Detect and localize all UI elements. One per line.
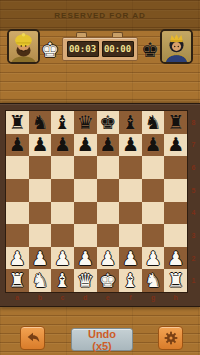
undo-back-button[interactable] — [20, 326, 45, 350]
square-h6[interactable] — [164, 156, 187, 179]
square-c3[interactable] — [51, 224, 74, 247]
square-f4[interactable] — [119, 202, 142, 225]
square-b5[interactable] — [29, 179, 52, 202]
square-c5[interactable] — [51, 179, 74, 202]
square-a7[interactable]: ♟ — [6, 134, 29, 157]
square-c4[interactable] — [51, 202, 74, 225]
square-f7[interactable]: ♟ — [119, 134, 142, 157]
square-a1[interactable]: ♜ — [6, 269, 29, 292]
undo-arrow-icon — [25, 330, 41, 346]
square-d2[interactable]: ♟ — [74, 247, 97, 270]
square-f1[interactable]: ♝ — [119, 269, 142, 292]
rank-label-5: 5 — [187, 179, 200, 202]
square-b2[interactable]: ♟ — [29, 247, 52, 270]
black-rook[interactable]: ♜ — [167, 113, 184, 132]
white-knight[interactable]: ♞ — [31, 271, 48, 290]
square-c6[interactable] — [51, 156, 74, 179]
square-e6[interactable] — [97, 156, 120, 179]
white-bishop[interactable]: ♝ — [122, 271, 139, 290]
square-d3[interactable] — [74, 224, 97, 247]
square-d7[interactable]: ♟ — [74, 134, 97, 157]
square-a2[interactable]: ♟ — [6, 247, 29, 270]
square-g5[interactable] — [142, 179, 165, 202]
square-c1[interactable]: ♝ — [51, 269, 74, 292]
white-bishop[interactable]: ♝ — [54, 271, 71, 290]
black-pawn[interactable]: ♟ — [31, 135, 48, 154]
square-d1[interactable]: ♛ — [74, 269, 97, 292]
square-f5[interactable] — [119, 179, 142, 202]
file-label-f: f — [119, 292, 142, 306]
file-label-b: b — [29, 292, 52, 306]
square-e4[interactable] — [97, 202, 120, 225]
square-h7[interactable]: ♟ — [164, 134, 187, 157]
rank-label-8: 8 — [187, 111, 200, 134]
rank-label-6: 6 — [187, 156, 200, 179]
square-f3[interactable] — [119, 224, 142, 247]
file-labels: abcdefgh — [6, 292, 187, 306]
ad-banner-text: RESERVED FOR AD — [54, 11, 145, 20]
black-queen[interactable]: ♛ — [77, 113, 94, 132]
square-h2[interactable]: ♟ — [164, 247, 187, 270]
square-e5[interactable] — [97, 179, 120, 202]
square-a3[interactable] — [6, 224, 29, 247]
square-b8[interactable]: ♞ — [29, 111, 52, 134]
square-a8[interactable]: ♜ — [6, 111, 29, 134]
white-pawn[interactable]: ♟ — [99, 249, 116, 268]
white-player-avatar — [7, 29, 40, 64]
black-pawn[interactable]: ♟ — [54, 135, 71, 154]
man-with-yellow-turban-icon — [9, 31, 38, 62]
rank-label-1: 1 — [187, 269, 200, 292]
square-g4[interactable] — [142, 202, 165, 225]
square-e2[interactable]: ♟ — [97, 247, 120, 270]
square-d4[interactable] — [74, 202, 97, 225]
square-h3[interactable] — [164, 224, 187, 247]
black-king-icon: ♚ — [140, 37, 160, 63]
square-b3[interactable] — [29, 224, 52, 247]
board-squares: ♜♞♝♛♚♝♞♜♟♟♟♟♟♟♟♟♟♟♟♟♟♟♟♟♜♞♝♛♚♝♞♜ — [6, 111, 187, 292]
black-pawn[interactable]: ♟ — [9, 135, 26, 154]
chess-board: ♜♞♝♛♚♝♞♜♟♟♟♟♟♟♟♟♟♟♟♟♟♟♟♟♜♞♝♛♚♝♞♜ 8765432… — [0, 103, 200, 307]
square-g8[interactable]: ♞ — [142, 111, 165, 134]
square-d5[interactable] — [74, 179, 97, 202]
black-time: 00:00 — [104, 44, 131, 54]
black-pawn[interactable]: ♟ — [167, 135, 184, 154]
white-pawn[interactable]: ♟ — [9, 249, 26, 268]
file-label-c: c — [51, 292, 74, 306]
black-pawn[interactable]: ♟ — [99, 135, 116, 154]
file-label-a: a — [6, 292, 29, 306]
square-f2[interactable]: ♟ — [119, 247, 142, 270]
black-bishop[interactable]: ♝ — [122, 113, 139, 132]
black-rook[interactable]: ♜ — [9, 113, 26, 132]
black-player-avatar — [160, 29, 193, 64]
black-bishop[interactable]: ♝ — [54, 113, 71, 132]
square-e7[interactable]: ♟ — [97, 134, 120, 157]
square-f8[interactable]: ♝ — [119, 111, 142, 134]
file-label-d: d — [74, 292, 97, 306]
black-pawn[interactable]: ♟ — [122, 135, 139, 154]
white-time: 00:03 — [69, 44, 96, 54]
settings-button[interactable] — [158, 326, 183, 350]
square-c2[interactable]: ♟ — [51, 247, 74, 270]
square-e8[interactable]: ♚ — [97, 111, 120, 134]
rank-label-3: 3 — [187, 224, 200, 247]
square-c7[interactable]: ♟ — [51, 134, 74, 157]
white-rook[interactable]: ♜ — [9, 271, 26, 290]
square-a6[interactable] — [6, 156, 29, 179]
white-clock-display: 00:03 — [67, 41, 99, 57]
black-clock-display: 00:00 — [102, 41, 134, 57]
white-pawn[interactable]: ♟ — [54, 249, 71, 268]
square-d8[interactable]: ♛ — [74, 111, 97, 134]
white-rook[interactable]: ♜ — [167, 271, 184, 290]
square-h4[interactable] — [164, 202, 187, 225]
white-pawn[interactable]: ♟ — [122, 249, 139, 268]
black-pawn[interactable]: ♟ — [77, 135, 94, 154]
white-pawn[interactable]: ♟ — [167, 249, 184, 268]
square-e3[interactable] — [97, 224, 120, 247]
white-pawn[interactable]: ♟ — [77, 249, 94, 268]
white-king-icon: ♚ — [40, 37, 60, 63]
white-pawn[interactable]: ♟ — [145, 249, 162, 268]
gear-icon — [163, 330, 179, 346]
file-label-h: h — [164, 292, 187, 306]
square-a5[interactable] — [6, 179, 29, 202]
square-h5[interactable] — [164, 179, 187, 202]
square-b6[interactable] — [29, 156, 52, 179]
rank-labels: 87654321 — [187, 111, 200, 292]
white-knight[interactable]: ♞ — [145, 271, 162, 290]
ad-banner: RESERVED FOR AD — [0, 0, 200, 30]
square-b4[interactable] — [29, 202, 52, 225]
square-e1[interactable]: ♚ — [97, 269, 120, 292]
square-g6[interactable] — [142, 156, 165, 179]
square-a4[interactable] — [6, 202, 29, 225]
square-g7[interactable]: ♟ — [142, 134, 165, 157]
white-queen[interactable]: ♛ — [77, 271, 94, 290]
square-g2[interactable]: ♟ — [142, 247, 165, 270]
square-h1[interactable]: ♜ — [164, 269, 187, 292]
black-king[interactable]: ♚ — [99, 113, 116, 132]
rank-label-2: 2 — [187, 247, 200, 270]
white-pawn[interactable]: ♟ — [31, 249, 48, 268]
file-label-g: g — [142, 292, 165, 306]
queen-with-crown-icon — [162, 31, 191, 62]
black-knight[interactable]: ♞ — [145, 113, 162, 132]
square-c8[interactable]: ♝ — [51, 111, 74, 134]
square-d6[interactable] — [74, 156, 97, 179]
undo-count-label: Undo (x5) — [78, 328, 126, 352]
rank-label-4: 4 — [187, 202, 200, 225]
undo-count-button[interactable]: Undo (x5) — [71, 328, 133, 351]
square-b1[interactable]: ♞ — [29, 269, 52, 292]
square-g3[interactable] — [142, 224, 165, 247]
chess-app-screen: RESERVED FOR AD ♚ 00: — [0, 0, 200, 355]
rank-label-7: 7 — [187, 134, 200, 157]
square-g1[interactable]: ♞ — [142, 269, 165, 292]
clock-body: 00:03 00:00 — [62, 37, 138, 61]
white-king[interactable]: ♚ — [99, 271, 116, 290]
chess-clock: 00:03 00:00 — [62, 32, 138, 61]
square-b7[interactable]: ♟ — [29, 134, 52, 157]
black-knight[interactable]: ♞ — [31, 113, 48, 132]
file-label-e: e — [97, 292, 120, 306]
square-f6[interactable] — [119, 156, 142, 179]
square-h8[interactable]: ♜ — [164, 111, 187, 134]
black-pawn[interactable]: ♟ — [145, 135, 162, 154]
